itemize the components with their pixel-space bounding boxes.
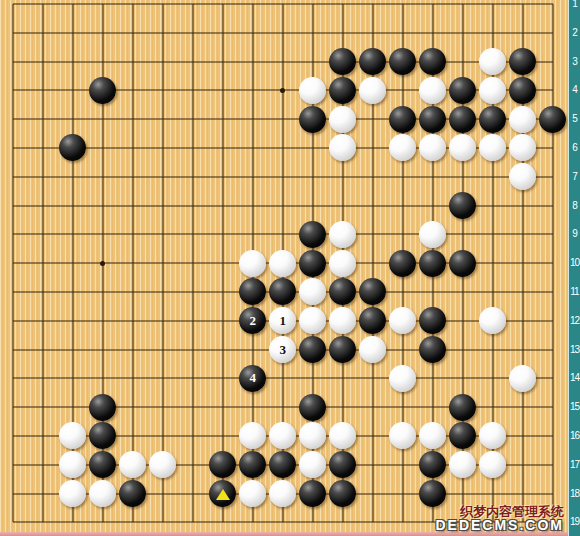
intersection-18-12[interactable]: [508, 306, 538, 335]
intersection-12-3[interactable]: [328, 47, 358, 76]
intersection-15-12[interactable]: [418, 306, 448, 335]
intersection-12-8[interactable]: [328, 191, 358, 220]
intersection-17-15[interactable]: [478, 393, 508, 422]
intersection-17-9[interactable]: [478, 220, 508, 249]
intersection-11-7[interactable]: [298, 162, 328, 191]
intersection-4-12[interactable]: [88, 306, 118, 335]
intersection-13-3[interactable]: [358, 47, 388, 76]
intersection-6-11[interactable]: [148, 278, 178, 307]
intersection-6-7[interactable]: [148, 162, 178, 191]
intersection-13-11[interactable]: [358, 278, 388, 307]
intersection-18-11[interactable]: [508, 278, 538, 307]
intersection-4-1[interactable]: [88, 0, 118, 18]
intersection-12-10[interactable]: [328, 249, 358, 278]
intersection-15-16[interactable]: [418, 422, 448, 451]
intersection-13-14[interactable]: [358, 364, 388, 393]
intersection-19-8[interactable]: [538, 191, 568, 220]
intersection-12-11[interactable]: [328, 278, 358, 307]
intersection-7-10[interactable]: [178, 249, 208, 278]
intersection-12-14[interactable]: [328, 364, 358, 393]
intersection-15-5[interactable]: [418, 105, 448, 134]
intersection-17-5[interactable]: [478, 105, 508, 134]
intersection-7-5[interactable]: [178, 105, 208, 134]
intersection-19-4[interactable]: [538, 76, 568, 105]
intersection-11-1[interactable]: [298, 0, 328, 18]
intersection-18-4[interactable]: [508, 76, 538, 105]
intersection-13-17[interactable]: [358, 450, 388, 479]
intersection-11-12[interactable]: [298, 306, 328, 335]
intersection-2-3[interactable]: [28, 47, 58, 76]
intersection-5-8[interactable]: [118, 191, 148, 220]
intersection-11-4[interactable]: [298, 76, 328, 105]
intersection-14-5[interactable]: [388, 105, 418, 134]
intersection-16-5[interactable]: [448, 105, 478, 134]
intersection-13-2[interactable]: [358, 18, 388, 47]
intersection-10-12[interactable]: 1: [268, 306, 298, 335]
intersection-16-1[interactable]: [448, 0, 478, 18]
intersection-3-18[interactable]: [58, 479, 88, 508]
intersection-4-16[interactable]: [88, 422, 118, 451]
intersection-14-8[interactable]: [388, 191, 418, 220]
intersection-14-6[interactable]: [388, 134, 418, 163]
intersection-17-12[interactable]: [478, 306, 508, 335]
intersection-16-9[interactable]: [448, 220, 478, 249]
intersection-16-7[interactable]: [448, 162, 478, 191]
intersection-15-11[interactable]: [418, 278, 448, 307]
intersection-8-2[interactable]: [208, 18, 238, 47]
intersection-16-17[interactable]: [448, 450, 478, 479]
intersection-14-10[interactable]: [388, 249, 418, 278]
intersection-14-2[interactable]: [388, 18, 418, 47]
intersection-1-18[interactable]: [0, 479, 28, 508]
intersection-11-10[interactable]: [298, 249, 328, 278]
intersection-6-12[interactable]: [148, 306, 178, 335]
intersection-19-9[interactable]: [538, 220, 568, 249]
intersection-18-2[interactable]: [508, 18, 538, 47]
intersection-1-8[interactable]: [0, 191, 28, 220]
intersection-13-12[interactable]: [358, 306, 388, 335]
intersection-2-13[interactable]: [28, 335, 58, 364]
intersection-4-2[interactable]: [88, 18, 118, 47]
intersection-5-18[interactable]: [118, 479, 148, 508]
intersection-6-17[interactable]: [148, 450, 178, 479]
intersection-2-6[interactable]: [28, 134, 58, 163]
intersection-8-13[interactable]: [208, 335, 238, 364]
intersection-8-10[interactable]: [208, 249, 238, 278]
intersection-16-8[interactable]: [448, 191, 478, 220]
intersection-9-11[interactable]: [238, 278, 268, 307]
intersection-17-2[interactable]: [478, 18, 508, 47]
intersection-11-2[interactable]: [298, 18, 328, 47]
intersection-17-4[interactable]: [478, 76, 508, 105]
intersection-16-11[interactable]: [448, 278, 478, 307]
intersection-16-15[interactable]: [448, 393, 478, 422]
intersection-10-17[interactable]: [268, 450, 298, 479]
intersection-11-14[interactable]: [298, 364, 328, 393]
intersection-1-13[interactable]: [0, 335, 28, 364]
intersection-2-17[interactable]: [28, 450, 58, 479]
intersection-10-10[interactable]: [268, 249, 298, 278]
intersection-6-3[interactable]: [148, 47, 178, 76]
intersection-13-10[interactable]: [358, 249, 388, 278]
intersection-2-16[interactable]: [28, 422, 58, 451]
intersection-9-10[interactable]: [238, 249, 268, 278]
intersection-18-8[interactable]: [508, 191, 538, 220]
intersection-15-13[interactable]: [418, 335, 448, 364]
intersection-12-2[interactable]: [328, 18, 358, 47]
intersection-7-6[interactable]: [178, 134, 208, 163]
intersection-10-18[interactable]: [268, 479, 298, 508]
intersection-16-16[interactable]: [448, 422, 478, 451]
intersection-19-14[interactable]: [538, 364, 568, 393]
intersection-18-3[interactable]: [508, 47, 538, 76]
intersection-12-18[interactable]: [328, 479, 358, 508]
intersection-10-14[interactable]: [268, 364, 298, 393]
intersection-4-11[interactable]: [88, 278, 118, 307]
intersection-5-1[interactable]: [118, 0, 148, 18]
intersection-3-13[interactable]: [58, 335, 88, 364]
intersection-15-14[interactable]: [418, 364, 448, 393]
intersection-11-18[interactable]: [298, 479, 328, 508]
intersection-3-17[interactable]: [58, 450, 88, 479]
intersection-6-13[interactable]: [148, 335, 178, 364]
intersection-9-17[interactable]: [238, 450, 268, 479]
intersection-17-8[interactable]: [478, 191, 508, 220]
intersection-15-3[interactable]: [418, 47, 448, 76]
intersection-9-2[interactable]: [238, 18, 268, 47]
intersection-3-8[interactable]: [58, 191, 88, 220]
intersection-14-4[interactable]: [388, 76, 418, 105]
intersection-3-3[interactable]: [58, 47, 88, 76]
intersection-1-3[interactable]: [0, 47, 28, 76]
intersection-3-2[interactable]: [58, 18, 88, 47]
intersection-6-14[interactable]: [148, 364, 178, 393]
intersection-8-6[interactable]: [208, 134, 238, 163]
intersection-19-15[interactable]: [538, 393, 568, 422]
intersection-3-7[interactable]: [58, 162, 88, 191]
intersection-4-4[interactable]: [88, 76, 118, 105]
intersection-2-14[interactable]: [28, 364, 58, 393]
intersection-12-6[interactable]: [328, 134, 358, 163]
intersection-7-14[interactable]: [178, 364, 208, 393]
intersection-7-7[interactable]: [178, 162, 208, 191]
intersection-5-14[interactable]: [118, 364, 148, 393]
intersection-8-18[interactable]: [208, 479, 238, 508]
intersection-4-14[interactable]: [88, 364, 118, 393]
intersection-10-6[interactable]: [268, 134, 298, 163]
intersection-7-12[interactable]: [178, 306, 208, 335]
intersection-16-6[interactable]: [448, 134, 478, 163]
intersection-8-15[interactable]: [208, 393, 238, 422]
intersection-19-5[interactable]: [538, 105, 568, 134]
intersection-18-14[interactable]: [508, 364, 538, 393]
intersection-7-8[interactable]: [178, 191, 208, 220]
intersection-7-17[interactable]: [178, 450, 208, 479]
intersection-8-4[interactable]: [208, 76, 238, 105]
intersection-9-9[interactable]: [238, 220, 268, 249]
intersection-19-11[interactable]: [538, 278, 568, 307]
intersection-14-13[interactable]: [388, 335, 418, 364]
intersection-18-10[interactable]: [508, 249, 538, 278]
intersection-13-5[interactable]: [358, 105, 388, 134]
intersection-5-5[interactable]: [118, 105, 148, 134]
intersection-5-6[interactable]: [118, 134, 148, 163]
intersection-19-2[interactable]: [538, 18, 568, 47]
intersection-9-7[interactable]: [238, 162, 268, 191]
intersection-4-8[interactable]: [88, 191, 118, 220]
intersection-6-16[interactable]: [148, 422, 178, 451]
intersection-9-12[interactable]: 2: [238, 306, 268, 335]
intersection-19-12[interactable]: [538, 306, 568, 335]
intersection-3-14[interactable]: [58, 364, 88, 393]
intersection-1-9[interactable]: [0, 220, 28, 249]
intersection-16-3[interactable]: [448, 47, 478, 76]
intersection-1-4[interactable]: [0, 76, 28, 105]
intersection-9-3[interactable]: [238, 47, 268, 76]
intersection-18-13[interactable]: [508, 335, 538, 364]
intersection-12-1[interactable]: [328, 0, 358, 18]
intersection-2-12[interactable]: [28, 306, 58, 335]
intersection-3-1[interactable]: [58, 0, 88, 18]
intersection-5-3[interactable]: [118, 47, 148, 76]
intersection-12-17[interactable]: [328, 450, 358, 479]
intersection-13-18[interactable]: [358, 479, 388, 508]
intersection-17-7[interactable]: [478, 162, 508, 191]
intersection-7-4[interactable]: [178, 76, 208, 105]
intersection-2-1[interactable]: [28, 0, 58, 18]
intersection-9-6[interactable]: [238, 134, 268, 163]
intersection-8-7[interactable]: [208, 162, 238, 191]
intersection-6-1[interactable]: [148, 0, 178, 18]
intersection-1-14[interactable]: [0, 364, 28, 393]
intersection-16-10[interactable]: [448, 249, 478, 278]
intersection-8-16[interactable]: [208, 422, 238, 451]
intersection-12-7[interactable]: [328, 162, 358, 191]
intersection-14-12[interactable]: [388, 306, 418, 335]
intersection-10-3[interactable]: [268, 47, 298, 76]
intersection-5-13[interactable]: [118, 335, 148, 364]
intersection-2-4[interactable]: [28, 76, 58, 105]
intersection-14-15[interactable]: [388, 393, 418, 422]
intersection-14-16[interactable]: [388, 422, 418, 451]
intersection-18-6[interactable]: [508, 134, 538, 163]
intersection-7-15[interactable]: [178, 393, 208, 422]
intersection-15-8[interactable]: [418, 191, 448, 220]
intersection-2-11[interactable]: [28, 278, 58, 307]
intersection-16-14[interactable]: [448, 364, 478, 393]
intersection-8-8[interactable]: [208, 191, 238, 220]
intersection-15-18[interactable]: [418, 479, 448, 508]
intersection-15-7[interactable]: [418, 162, 448, 191]
intersection-4-13[interactable]: [88, 335, 118, 364]
intersection-5-2[interactable]: [118, 18, 148, 47]
intersection-11-6[interactable]: [298, 134, 328, 163]
intersection-3-9[interactable]: [58, 220, 88, 249]
intersection-9-13[interactable]: [238, 335, 268, 364]
intersection-13-15[interactable]: [358, 393, 388, 422]
intersection-12-15[interactable]: [328, 393, 358, 422]
intersection-4-5[interactable]: [88, 105, 118, 134]
intersection-14-11[interactable]: [388, 278, 418, 307]
intersection-18-9[interactable]: [508, 220, 538, 249]
intersection-3-16[interactable]: [58, 422, 88, 451]
intersection-14-3[interactable]: [388, 47, 418, 76]
intersection-1-7[interactable]: [0, 162, 28, 191]
intersection-15-9[interactable]: [418, 220, 448, 249]
intersection-17-6[interactable]: [478, 134, 508, 163]
intersection-4-3[interactable]: [88, 47, 118, 76]
intersection-19-16[interactable]: [538, 422, 568, 451]
intersection-2-8[interactable]: [28, 191, 58, 220]
intersection-6-9[interactable]: [148, 220, 178, 249]
intersection-8-17[interactable]: [208, 450, 238, 479]
intersection-1-5[interactable]: [0, 105, 28, 134]
intersection-2-7[interactable]: [28, 162, 58, 191]
intersection-11-3[interactable]: [298, 47, 328, 76]
intersection-7-16[interactable]: [178, 422, 208, 451]
intersection-2-10[interactable]: [28, 249, 58, 278]
intersection-19-3[interactable]: [538, 47, 568, 76]
intersection-2-5[interactable]: [28, 105, 58, 134]
intersection-10-11[interactable]: [268, 278, 298, 307]
intersection-2-18[interactable]: [28, 479, 58, 508]
intersection-13-6[interactable]: [358, 134, 388, 163]
intersection-2-2[interactable]: [28, 18, 58, 47]
intersection-16-12[interactable]: [448, 306, 478, 335]
intersection-9-5[interactable]: [238, 105, 268, 134]
intersection-10-1[interactable]: [268, 0, 298, 18]
intersection-5-12[interactable]: [118, 306, 148, 335]
intersection-18-17[interactable]: [508, 450, 538, 479]
intersection-15-4[interactable]: [418, 76, 448, 105]
intersection-19-6[interactable]: [538, 134, 568, 163]
intersection-11-8[interactable]: [298, 191, 328, 220]
intersection-10-5[interactable]: [268, 105, 298, 134]
intersection-19-10[interactable]: [538, 249, 568, 278]
intersection-11-13[interactable]: [298, 335, 328, 364]
intersection-14-17[interactable]: [388, 450, 418, 479]
intersection-12-5[interactable]: [328, 105, 358, 134]
intersection-6-18[interactable]: [148, 479, 178, 508]
intersection-18-7[interactable]: [508, 162, 538, 191]
intersection-6-10[interactable]: [148, 249, 178, 278]
intersection-16-4[interactable]: [448, 76, 478, 105]
intersection-9-16[interactable]: [238, 422, 268, 451]
intersection-14-9[interactable]: [388, 220, 418, 249]
intersection-13-16[interactable]: [358, 422, 388, 451]
intersection-5-15[interactable]: [118, 393, 148, 422]
intersection-18-1[interactable]: [508, 0, 538, 18]
intersection-7-3[interactable]: [178, 47, 208, 76]
intersection-14-1[interactable]: [388, 0, 418, 18]
intersection-1-16[interactable]: [0, 422, 28, 451]
intersection-3-11[interactable]: [58, 278, 88, 307]
intersection-11-17[interactable]: [298, 450, 328, 479]
intersection-19-13[interactable]: [538, 335, 568, 364]
intersection-10-9[interactable]: [268, 220, 298, 249]
intersection-11-9[interactable]: [298, 220, 328, 249]
intersection-12-9[interactable]: [328, 220, 358, 249]
intersection-2-9[interactable]: [28, 220, 58, 249]
intersection-7-1[interactable]: [178, 0, 208, 18]
intersection-6-8[interactable]: [148, 191, 178, 220]
intersection-5-16[interactable]: [118, 422, 148, 451]
intersection-17-1[interactable]: [478, 0, 508, 18]
intersection-3-12[interactable]: [58, 306, 88, 335]
intersection-13-8[interactable]: [358, 191, 388, 220]
intersection-11-11[interactable]: [298, 278, 328, 307]
intersection-5-11[interactable]: [118, 278, 148, 307]
intersection-2-15[interactable]: [28, 393, 58, 422]
intersection-3-15[interactable]: [58, 393, 88, 422]
intersection-4-9[interactable]: [88, 220, 118, 249]
intersection-13-9[interactable]: [358, 220, 388, 249]
intersection-10-15[interactable]: [268, 393, 298, 422]
intersection-1-2[interactable]: [0, 18, 28, 47]
intersection-7-18[interactable]: [178, 479, 208, 508]
intersection-5-17[interactable]: [118, 450, 148, 479]
intersection-9-8[interactable]: [238, 191, 268, 220]
intersection-4-6[interactable]: [88, 134, 118, 163]
intersection-6-2[interactable]: [148, 18, 178, 47]
intersection-16-13[interactable]: [448, 335, 478, 364]
intersection-10-16[interactable]: [268, 422, 298, 451]
intersection-17-11[interactable]: [478, 278, 508, 307]
intersection-9-15[interactable]: [238, 393, 268, 422]
intersection-15-6[interactable]: [418, 134, 448, 163]
intersection-11-16[interactable]: [298, 422, 328, 451]
intersection-1-10[interactable]: [0, 249, 28, 278]
intersection-7-11[interactable]: [178, 278, 208, 307]
intersection-10-4[interactable]: [268, 76, 298, 105]
intersection-14-18[interactable]: [388, 479, 418, 508]
intersection-7-13[interactable]: [178, 335, 208, 364]
intersection-9-4[interactable]: [238, 76, 268, 105]
intersection-3-4[interactable]: [58, 76, 88, 105]
intersection-18-16[interactable]: [508, 422, 538, 451]
intersection-3-6[interactable]: [58, 134, 88, 163]
intersection-5-9[interactable]: [118, 220, 148, 249]
intersection-4-15[interactable]: [88, 393, 118, 422]
intersection-4-17[interactable]: [88, 450, 118, 479]
intersection-9-18[interactable]: [238, 479, 268, 508]
intersection-4-7[interactable]: [88, 162, 118, 191]
intersection-12-12[interactable]: [328, 306, 358, 335]
intersection-12-13[interactable]: [328, 335, 358, 364]
intersection-7-2[interactable]: [178, 18, 208, 47]
intersection-15-2[interactable]: [418, 18, 448, 47]
intersection-6-4[interactable]: [148, 76, 178, 105]
intersection-10-8[interactable]: [268, 191, 298, 220]
intersection-8-1[interactable]: [208, 0, 238, 18]
intersection-19-17[interactable]: [538, 450, 568, 479]
intersection-8-11[interactable]: [208, 278, 238, 307]
intersection-5-10[interactable]: [118, 249, 148, 278]
intersection-8-9[interactable]: [208, 220, 238, 249]
intersection-17-17[interactable]: [478, 450, 508, 479]
intersection-6-5[interactable]: [148, 105, 178, 134]
intersection-10-7[interactable]: [268, 162, 298, 191]
intersection-9-14[interactable]: 4: [238, 364, 268, 393]
intersection-1-1[interactable]: [0, 0, 28, 18]
intersection-3-10[interactable]: [58, 249, 88, 278]
intersection-8-12[interactable]: [208, 306, 238, 335]
intersection-13-7[interactable]: [358, 162, 388, 191]
intersection-1-12[interactable]: [0, 306, 28, 335]
intersection-19-7[interactable]: [538, 162, 568, 191]
intersection-14-14[interactable]: [388, 364, 418, 393]
intersection-17-13[interactable]: [478, 335, 508, 364]
